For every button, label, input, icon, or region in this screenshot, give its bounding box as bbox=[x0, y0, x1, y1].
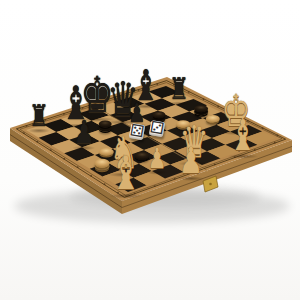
white-pawn[interactable]: ♟ bbox=[179, 143, 203, 179]
white-bishop[interactable]: ♝ bbox=[230, 115, 258, 157]
die-3[interactable]: ⚂ bbox=[149, 120, 165, 137]
black-pawn[interactable]: ♟ bbox=[73, 116, 94, 148]
white-bishop[interactable]: ♝ bbox=[111, 150, 142, 196]
black-rook[interactable]: ♜ bbox=[29, 101, 49, 131]
white-pawn[interactable]: ♟ bbox=[147, 145, 166, 173]
product-photo-stage: ♜♝♚♛♝♜♟♟♞♝♟♛♟♚♝⚄⚂ bbox=[0, 0, 300, 300]
black-rook[interactable]: ♜ bbox=[169, 74, 189, 104]
dark-checker[interactable] bbox=[194, 105, 208, 113]
